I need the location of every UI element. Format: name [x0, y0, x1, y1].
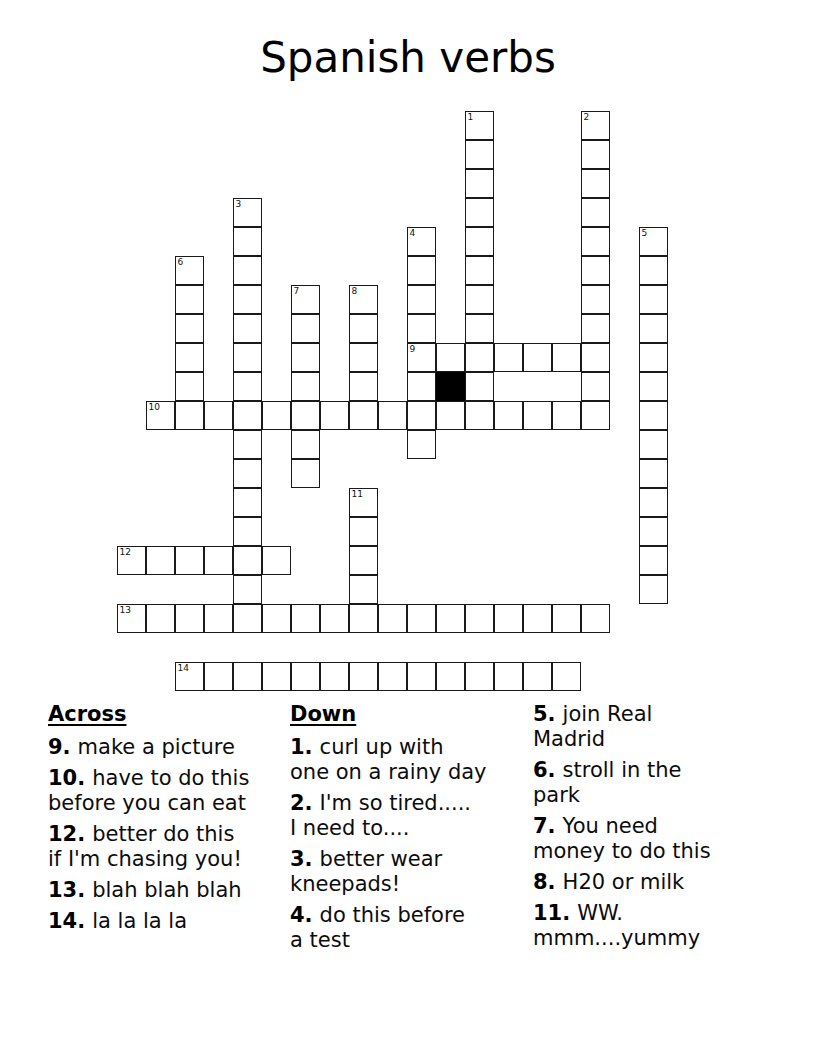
grid-cell[interactable] — [552, 401, 581, 430]
grid-cell[interactable] — [204, 662, 233, 691]
grid-cell[interactable] — [320, 662, 349, 691]
grid-cell[interactable] — [494, 343, 523, 372]
clue-number: 10. — [48, 766, 85, 790]
grid-cell[interactable] — [291, 372, 320, 401]
grid-cell[interactable] — [204, 604, 233, 633]
grid-cell[interactable] — [407, 256, 436, 285]
clue-number: 4. — [290, 903, 313, 927]
grid-cell[interactable] — [378, 401, 407, 430]
grid-cell[interactable]: 10 — [146, 401, 175, 430]
cell-number: 1 — [468, 112, 474, 122]
puzzle-title: Spanish verbs — [0, 33, 816, 82]
clue-3: 3.better wear kneepads! — [290, 847, 524, 897]
grid-cell[interactable] — [407, 430, 436, 459]
grid-cell[interactable] — [291, 459, 320, 488]
down-clues-column: Down 1.curl up with one on a rainy day2.… — [290, 702, 524, 959]
grid-cell[interactable]: 5 — [639, 227, 668, 256]
grid-cell[interactable] — [407, 314, 436, 343]
grid-cell[interactable] — [233, 575, 262, 604]
cell-number: 10 — [149, 402, 160, 412]
grid-cell[interactable] — [639, 488, 668, 517]
grid-cell[interactable] — [465, 343, 494, 372]
grid-cell[interactable] — [639, 546, 668, 575]
grid-cell[interactable] — [436, 401, 465, 430]
grid-cell[interactable] — [494, 662, 523, 691]
clue-number: 2. — [290, 791, 313, 815]
grid-cell[interactable] — [291, 604, 320, 633]
grid-cell[interactable] — [407, 285, 436, 314]
clue-text: blah blah blah — [92, 878, 241, 902]
grid-cell[interactable] — [639, 343, 668, 372]
grid-cell[interactable] — [291, 314, 320, 343]
grid-cell[interactable]: 12 — [117, 546, 146, 575]
grid-cell[interactable]: 7 — [291, 285, 320, 314]
grid-cell[interactable] — [291, 662, 320, 691]
grid-cell[interactable] — [465, 314, 494, 343]
clue-number: 8. — [533, 870, 556, 894]
grid-cell[interactable] — [233, 459, 262, 488]
grid-cell[interactable] — [175, 401, 204, 430]
grid-cell[interactable] — [175, 343, 204, 372]
clue-number: 9. — [48, 735, 71, 759]
grid-cell[interactable] — [407, 604, 436, 633]
clue-number: 1. — [290, 735, 313, 759]
grid-cell[interactable]: 2 — [581, 111, 610, 140]
grid-cell[interactable] — [436, 662, 465, 691]
grid-cell[interactable] — [233, 488, 262, 517]
grid-cell[interactable] — [320, 604, 349, 633]
grid-cell[interactable] — [349, 546, 378, 575]
grid-cell[interactable] — [552, 662, 581, 691]
grid-cell[interactable] — [262, 604, 291, 633]
across-header: Across — [48, 702, 280, 727]
grid-cell[interactable] — [523, 343, 552, 372]
cell-number: 11 — [352, 489, 363, 499]
grid-cell[interactable] — [349, 372, 378, 401]
grid-cell[interactable] — [639, 285, 668, 314]
grid-cell[interactable] — [320, 401, 349, 430]
grid-cell[interactable] — [581, 140, 610, 169]
clue-number: 3. — [290, 847, 313, 871]
grid-cell[interactable] — [262, 662, 291, 691]
down-continued-clue-list: 5.join Real Madrid6.stroll in the park7.… — [533, 702, 775, 951]
grid-cell[interactable] — [581, 285, 610, 314]
grid-cell[interactable] — [581, 372, 610, 401]
down-clues-continued-column: 5.join Real Madrid6.stroll in the park7.… — [533, 702, 775, 957]
clue-text: I'm so tired..... I need to.... — [290, 791, 471, 840]
grid-cell[interactable] — [639, 459, 668, 488]
clue-text: la la la la — [92, 909, 187, 933]
grid-cell[interactable] — [233, 227, 262, 256]
grid-cell[interactable] — [204, 546, 233, 575]
clue-13: 13.blah blah blah — [48, 878, 280, 903]
cell-number: 9 — [410, 344, 416, 354]
grid-cell[interactable] — [175, 604, 204, 633]
grid-cell[interactable]: 8 — [349, 285, 378, 314]
cell-number: 8 — [352, 286, 358, 296]
grid-cell[interactable] — [581, 604, 610, 633]
clue-4: 4.do this before a test — [290, 903, 524, 953]
clue-text: make a picture — [78, 735, 235, 759]
grid-cell[interactable] — [639, 372, 668, 401]
clue-number: 6. — [533, 758, 556, 782]
grid-cell[interactable] — [581, 343, 610, 372]
grid-cell[interactable] — [581, 314, 610, 343]
clue-number: 7. — [533, 814, 556, 838]
grid-cell[interactable]: 14 — [175, 662, 204, 691]
cell-number: 3 — [236, 199, 242, 209]
grid-cell[interactable] — [349, 575, 378, 604]
grid-cell[interactable] — [436, 343, 465, 372]
clue-text: You need money to do this — [533, 814, 711, 863]
grid-cell[interactable] — [233, 401, 262, 430]
cell-number: 5 — [642, 228, 648, 238]
grid-cell[interactable] — [465, 227, 494, 256]
grid-cell[interactable] — [465, 169, 494, 198]
grid-cell[interactable] — [291, 401, 320, 430]
down-clue-list: 1.curl up with one on a rainy day2.I'm s… — [290, 735, 524, 953]
grid-cell[interactable] — [175, 285, 204, 314]
grid-cell[interactable] — [349, 662, 378, 691]
across-clues-column: Across 9.make a picture10.have to do thi… — [48, 702, 280, 940]
grid-cell[interactable] — [581, 401, 610, 430]
grid-cell[interactable] — [378, 662, 407, 691]
grid-cell[interactable] — [581, 169, 610, 198]
grid-cell[interactable] — [291, 430, 320, 459]
grid-cell[interactable] — [378, 604, 407, 633]
grid-cell[interactable] — [262, 546, 291, 575]
crossword-grid: 1234567891011121314 — [117, 111, 668, 691]
cell-number: 6 — [178, 257, 184, 267]
clue-number: 12. — [48, 822, 85, 846]
grid-cell[interactable]: 1 — [465, 111, 494, 140]
grid-cell[interactable]: 13 — [117, 604, 146, 633]
grid-cell[interactable] — [204, 401, 233, 430]
cell-number: 13 — [120, 605, 131, 615]
grid-cell[interactable]: 6 — [175, 256, 204, 285]
grid-cell[interactable] — [349, 517, 378, 546]
grid-cell[interactable] — [465, 198, 494, 227]
grid-cell[interactable] — [552, 604, 581, 633]
grid-cell[interactable] — [233, 546, 262, 575]
grid-cell[interactable] — [349, 314, 378, 343]
grid-cell[interactable] — [407, 662, 436, 691]
down-header: Down — [290, 702, 524, 727]
grid-cell[interactable] — [523, 662, 552, 691]
grid-cell[interactable] — [639, 256, 668, 285]
clue-text: H20 or milk — [563, 870, 685, 894]
grid-cell[interactable] — [175, 372, 204, 401]
grid-cell[interactable] — [581, 256, 610, 285]
grid-cell[interactable]: 11 — [349, 488, 378, 517]
clue-text: do this before a test — [290, 903, 465, 952]
clue-number: 13. — [48, 878, 85, 902]
clue-1: 1.curl up with one on a rainy day — [290, 735, 524, 785]
grid-cell[interactable] — [233, 372, 262, 401]
grid-cell[interactable] — [465, 285, 494, 314]
grid-cell[interactable] — [494, 604, 523, 633]
cell-number: 2 — [584, 112, 590, 122]
grid-cell[interactable] — [175, 314, 204, 343]
grid-cell[interactable] — [436, 604, 465, 633]
grid-cell[interactable] — [639, 314, 668, 343]
grid-cell[interactable] — [349, 604, 378, 633]
grid-cell[interactable] — [233, 604, 262, 633]
grid-cell[interactable] — [523, 401, 552, 430]
clue-number: 11. — [533, 901, 570, 925]
grid-cell[interactable] — [233, 314, 262, 343]
across-clue-list: 9.make a picture10.have to do this befor… — [48, 735, 280, 934]
clue-text: curl up with one on a rainy day — [290, 735, 487, 784]
grid-cell[interactable] — [233, 256, 262, 285]
grid-cell[interactable] — [233, 343, 262, 372]
grid-cell[interactable] — [465, 256, 494, 285]
cell-number: 4 — [410, 228, 416, 238]
grid-cell[interactable] — [465, 604, 494, 633]
grid-cell[interactable] — [581, 198, 610, 227]
grid-cell[interactable] — [465, 140, 494, 169]
grid-cell[interactable] — [552, 343, 581, 372]
grid-cell[interactable] — [581, 227, 610, 256]
grid-cell[interactable] — [465, 401, 494, 430]
clue-14: 14.la la la la — [48, 909, 280, 934]
grid-cell[interactable] — [146, 604, 175, 633]
grid-cell[interactable] — [349, 343, 378, 372]
clue-number: 5. — [533, 702, 556, 726]
grid-cell[interactable] — [146, 546, 175, 575]
grid-cell[interactable] — [407, 401, 436, 430]
cell-number: 14 — [178, 663, 189, 673]
grid-cell[interactable] — [291, 343, 320, 372]
clue-12: 12.better do this if I'm chasing you! — [48, 822, 280, 872]
grid-cell[interactable] — [233, 517, 262, 546]
clue-number: 14. — [48, 909, 85, 933]
clue-5: 5.join Real Madrid — [533, 702, 775, 752]
grid-cell[interactable] — [233, 285, 262, 314]
grid-cell[interactable] — [262, 401, 291, 430]
grid-cell[interactable] — [233, 430, 262, 459]
clue-2: 2.I'm so tired..... I need to.... — [290, 791, 524, 841]
clue-6: 6.stroll in the park — [533, 758, 775, 808]
clue-10: 10.have to do this before you can eat — [48, 766, 280, 816]
grid-cell[interactable] — [233, 662, 262, 691]
grid-cell[interactable] — [175, 546, 204, 575]
grid-cell[interactable]: 4 — [407, 227, 436, 256]
clue-8: 8.H20 or milk — [533, 870, 775, 895]
grid-cell[interactable] — [465, 372, 494, 401]
grid-cell[interactable]: 3 — [233, 198, 262, 227]
grid-cell[interactable] — [465, 662, 494, 691]
grid-cell[interactable]: 9 — [407, 343, 436, 372]
grid-cell[interactable] — [407, 372, 436, 401]
grid-cell[interactable] — [639, 430, 668, 459]
grid-cell[interactable] — [639, 517, 668, 546]
grid-cell[interactable] — [349, 401, 378, 430]
grid-cell[interactable] — [494, 401, 523, 430]
cell-number: 7 — [294, 286, 300, 296]
black-cell — [436, 372, 465, 401]
grid-cell[interactable] — [523, 604, 552, 633]
cell-number: 12 — [120, 547, 131, 557]
clue-9: 9.make a picture — [48, 735, 280, 760]
grid-cell[interactable] — [639, 401, 668, 430]
clue-7: 7.You need money to do this — [533, 814, 775, 864]
clue-11: 11.WW. mmm....yummy — [533, 901, 775, 951]
grid-cell[interactable] — [639, 575, 668, 604]
